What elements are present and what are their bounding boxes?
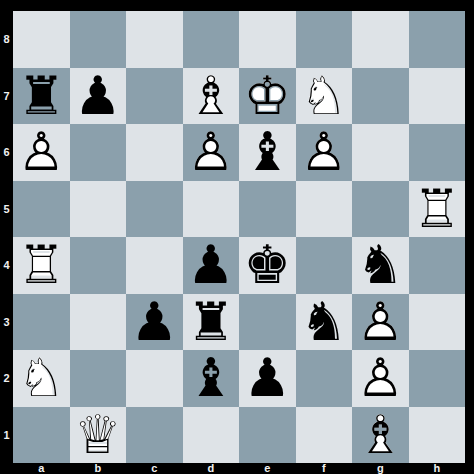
square-g4[interactable]: ♞: [352, 237, 409, 294]
square-e2[interactable]: ♟: [239, 350, 296, 407]
square-h6[interactable]: [409, 124, 466, 181]
square-c8[interactable]: [126, 11, 183, 68]
square-d5[interactable]: [183, 181, 240, 238]
square-e3[interactable]: [239, 294, 296, 351]
square-c6[interactable]: [126, 124, 183, 181]
square-b8[interactable]: [70, 11, 127, 68]
file-label-f: f: [296, 461, 353, 474]
square-b5[interactable]: [70, 181, 127, 238]
file-label-d: d: [183, 461, 240, 474]
square-f4[interactable]: [296, 237, 353, 294]
piece-glyph: ♟: [187, 237, 235, 294]
square-a2[interactable]: ♞♘: [13, 350, 70, 407]
piece-glyph: ♙: [356, 294, 404, 351]
piece-glyph: ♟: [243, 350, 291, 407]
square-f3[interactable]: ♞: [296, 294, 353, 351]
square-c3[interactable]: ♟: [126, 294, 183, 351]
square-a1[interactable]: [13, 407, 70, 464]
file-label-a: a: [13, 461, 70, 474]
square-g6[interactable]: [352, 124, 409, 181]
white-pawn[interactable]: ♟♙: [352, 350, 409, 407]
white-king[interactable]: ♚♔: [239, 68, 296, 125]
piece-glyph: ♟: [130, 294, 178, 351]
chess-board[interactable]: ♜♟♝♗♚♔♞♘♟♙♟♙♝♟♙♜♖♜♖♟♚♞♟♜♞♟♙♞♘♝♟♟♙♛♕♝♗: [13, 11, 465, 463]
square-g1[interactable]: ♝♗: [352, 407, 409, 464]
square-b7[interactable]: ♟: [70, 68, 127, 125]
white-bishop[interactable]: ♝♗: [352, 407, 409, 464]
piece-glyph: ♟: [74, 68, 122, 125]
file-label-b: b: [70, 461, 127, 474]
square-a4[interactable]: ♜♖: [13, 237, 70, 294]
piece-glyph: ♜: [187, 294, 235, 351]
piece-glyph: ♙: [187, 124, 235, 181]
piece-glyph: ♖: [413, 181, 461, 238]
square-c5[interactable]: [126, 181, 183, 238]
piece-glyph: ♘: [17, 350, 65, 407]
white-pawn[interactable]: ♟♙: [183, 124, 240, 181]
white-rook[interactable]: ♜♖: [13, 237, 70, 294]
square-d4[interactable]: ♟: [183, 237, 240, 294]
square-f5[interactable]: [296, 181, 353, 238]
square-d2[interactable]: ♝: [183, 350, 240, 407]
square-b1[interactable]: ♛♕: [70, 407, 127, 464]
black-rook[interactable]: ♜: [183, 294, 240, 351]
square-h5[interactable]: ♜♖: [409, 181, 466, 238]
white-pawn[interactable]: ♟♙: [13, 124, 70, 181]
white-rook[interactable]: ♜♖: [409, 181, 466, 238]
square-d6[interactable]: ♟♙: [183, 124, 240, 181]
black-knight[interactable]: ♞: [296, 294, 353, 351]
white-bishop[interactable]: ♝♗: [183, 68, 240, 125]
square-d3[interactable]: ♜: [183, 294, 240, 351]
square-h4[interactable]: [409, 237, 466, 294]
black-bishop[interactable]: ♝: [183, 350, 240, 407]
square-e1[interactable]: [239, 407, 296, 464]
file-labels: abcdefgh: [13, 461, 465, 474]
square-h8[interactable]: [409, 11, 466, 68]
piece-glyph: ♖: [17, 237, 65, 294]
square-a7[interactable]: ♜: [13, 68, 70, 125]
white-pawn[interactable]: ♟♙: [352, 294, 409, 351]
square-g5[interactable]: [352, 181, 409, 238]
black-pawn[interactable]: ♟: [70, 68, 127, 125]
square-f1[interactable]: [296, 407, 353, 464]
square-f8[interactable]: [296, 11, 353, 68]
piece-glyph: ♗: [187, 68, 235, 125]
rank-labels: 87654321: [0, 11, 13, 463]
square-b3[interactable]: [70, 294, 127, 351]
black-king[interactable]: ♚: [239, 237, 296, 294]
rank-label-1: 1: [0, 407, 13, 464]
square-e5[interactable]: [239, 181, 296, 238]
piece-glyph: ♘: [300, 68, 348, 125]
chessboard-frame: 87654321 ♜♟♝♗♚♔♞♘♟♙♟♙♝♟♙♜♖♜♖♟♚♞♟♜♞♟♙♞♘♝♟…: [0, 0, 474, 474]
square-b6[interactable]: [70, 124, 127, 181]
piece-glyph: ♜: [17, 68, 65, 125]
square-c4[interactable]: [126, 237, 183, 294]
file-label-g: g: [352, 461, 409, 474]
white-knight[interactable]: ♞♘: [13, 350, 70, 407]
piece-glyph: ♔: [243, 68, 291, 125]
square-g2[interactable]: ♟♙: [352, 350, 409, 407]
square-g8[interactable]: [352, 11, 409, 68]
piece-glyph: ♞: [356, 237, 404, 294]
square-c2[interactable]: [126, 350, 183, 407]
file-label-h: h: [409, 461, 466, 474]
square-b4[interactable]: [70, 237, 127, 294]
piece-glyph: ♚: [243, 237, 291, 294]
square-b2[interactable]: [70, 350, 127, 407]
piece-glyph: ♙: [17, 124, 65, 181]
rank-label-2: 2: [0, 350, 13, 407]
square-d7[interactable]: ♝♗: [183, 68, 240, 125]
piece-glyph: ♝: [243, 124, 291, 181]
white-queen[interactable]: ♛♕: [70, 407, 127, 464]
square-e7[interactable]: ♚♔: [239, 68, 296, 125]
rank-label-8: 8: [0, 11, 13, 68]
square-c7[interactable]: [126, 68, 183, 125]
square-d1[interactable]: [183, 407, 240, 464]
square-e8[interactable]: [239, 11, 296, 68]
file-label-c: c: [126, 461, 183, 474]
square-h2[interactable]: [409, 350, 466, 407]
piece-glyph: ♞: [300, 294, 348, 351]
square-f6[interactable]: ♟♙: [296, 124, 353, 181]
rank-label-7: 7: [0, 68, 13, 125]
piece-glyph: ♗: [356, 407, 404, 464]
square-a6[interactable]: ♟♙: [13, 124, 70, 181]
square-f2[interactable]: [296, 350, 353, 407]
rank-label-5: 5: [0, 181, 13, 238]
square-h7[interactable]: [409, 68, 466, 125]
black-knight[interactable]: ♞: [352, 237, 409, 294]
file-label-e: e: [239, 461, 296, 474]
square-e6[interactable]: ♝: [239, 124, 296, 181]
black-pawn[interactable]: ♟: [183, 237, 240, 294]
piece-glyph: ♕: [74, 407, 122, 464]
rank-label-3: 3: [0, 294, 13, 351]
square-c1[interactable]: [126, 407, 183, 464]
black-rook[interactable]: ♜: [13, 68, 70, 125]
piece-glyph: ♙: [300, 124, 348, 181]
white-knight[interactable]: ♞♘: [296, 68, 353, 125]
black-bishop[interactable]: ♝: [239, 124, 296, 181]
square-g7[interactable]: [352, 68, 409, 125]
square-d8[interactable]: [183, 11, 240, 68]
square-e4[interactable]: ♚: [239, 237, 296, 294]
square-a3[interactable]: [13, 294, 70, 351]
piece-glyph: ♝: [187, 350, 235, 407]
black-pawn[interactable]: ♟: [126, 294, 183, 351]
rank-label-6: 6: [0, 124, 13, 181]
rank-label-4: 4: [0, 237, 13, 294]
black-pawn[interactable]: ♟: [239, 350, 296, 407]
square-h1[interactable]: [409, 407, 466, 464]
piece-glyph: ♙: [356, 350, 404, 407]
square-f7[interactable]: ♞♘: [296, 68, 353, 125]
square-h3[interactable]: [409, 294, 466, 351]
square-a5[interactable]: [13, 181, 70, 238]
square-a8[interactable]: [13, 11, 70, 68]
white-pawn[interactable]: ♟♙: [296, 124, 353, 181]
square-g3[interactable]: ♟♙: [352, 294, 409, 351]
